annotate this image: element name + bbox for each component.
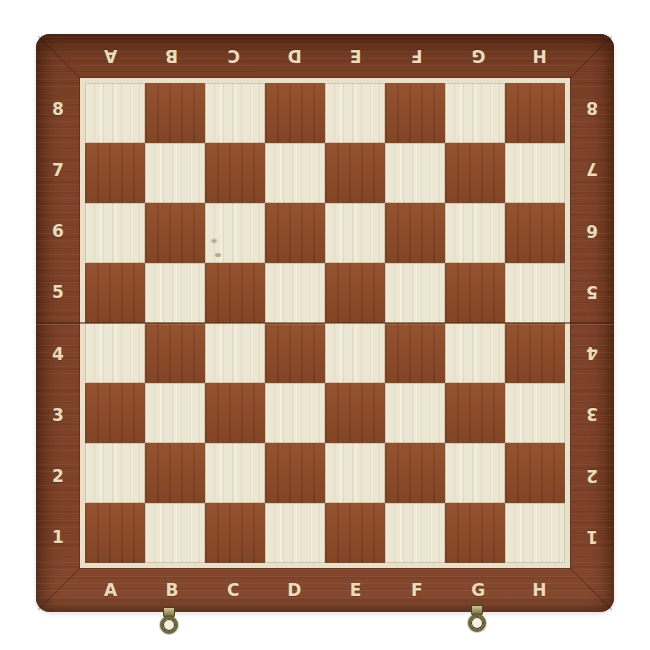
square-f1[interactable]: [385, 503, 445, 563]
coord-left-1: 1: [36, 507, 80, 568]
square-h5[interactable]: [505, 263, 565, 323]
square-d4[interactable]: [265, 323, 325, 383]
square-a5[interactable]: [85, 263, 145, 323]
coord-top-h: H: [509, 34, 570, 78]
square-g2[interactable]: [445, 443, 505, 503]
coord-left-3: 3: [36, 384, 80, 445]
coord-left-7: 7: [36, 139, 80, 200]
square-e4[interactable]: [325, 323, 385, 383]
square-d5[interactable]: [265, 263, 325, 323]
coords-top: ABCDEFGH: [80, 34, 570, 78]
square-h1[interactable]: [505, 503, 565, 563]
coord-bottom-e: E: [325, 568, 386, 612]
coords-bottom: ABCDEFGH: [80, 568, 570, 612]
photo-background: ABCDEFGH ABCDEFGH 87654321 87654321: [0, 0, 650, 650]
square-d6[interactable]: [265, 203, 325, 263]
chessboard: ABCDEFGH ABCDEFGH 87654321 87654321: [36, 34, 614, 612]
square-h6[interactable]: [505, 203, 565, 263]
frame-miter-top-right: [566, 36, 612, 82]
square-a2[interactable]: [85, 443, 145, 503]
square-b5[interactable]: [145, 263, 205, 323]
square-h3[interactable]: [505, 383, 565, 443]
square-d1[interactable]: [265, 503, 325, 563]
coord-bottom-c: C: [203, 568, 264, 612]
coord-left-6: 6: [36, 201, 80, 262]
square-g5[interactable]: [445, 263, 505, 323]
coord-right-7: 7: [570, 139, 614, 200]
coord-left-2: 2: [36, 446, 80, 507]
square-d8[interactable]: [265, 83, 325, 143]
square-e7[interactable]: [325, 143, 385, 203]
coord-bottom-h: H: [509, 568, 570, 612]
frame-miter-bottom-left: [38, 564, 84, 610]
square-g4[interactable]: [445, 323, 505, 383]
square-b1[interactable]: [145, 503, 205, 563]
square-f8[interactable]: [385, 83, 445, 143]
square-a1[interactable]: [85, 503, 145, 563]
coord-right-2: 2: [570, 446, 614, 507]
coord-top-b: B: [141, 34, 202, 78]
square-f2[interactable]: [385, 443, 445, 503]
square-e2[interactable]: [325, 443, 385, 503]
coord-left-4: 4: [36, 323, 80, 384]
hinge-clasp-right: [468, 605, 486, 635]
coord-right-8: 8: [570, 78, 614, 139]
square-c8[interactable]: [205, 83, 265, 143]
square-f3[interactable]: [385, 383, 445, 443]
square-b7[interactable]: [145, 143, 205, 203]
coord-top-a: A: [80, 34, 141, 78]
coord-right-1: 1: [570, 507, 614, 568]
square-b4[interactable]: [145, 323, 205, 383]
square-c4[interactable]: [205, 323, 265, 383]
square-a3[interactable]: [85, 383, 145, 443]
coord-top-f: F: [386, 34, 447, 78]
square-e8[interactable]: [325, 83, 385, 143]
square-g3[interactable]: [445, 383, 505, 443]
square-e6[interactable]: [325, 203, 385, 263]
frame-miter-bottom-right: [566, 564, 612, 610]
coord-top-e: E: [325, 34, 386, 78]
square-h4[interactable]: [505, 323, 565, 383]
coord-right-6: 6: [570, 201, 614, 262]
square-g6[interactable]: [445, 203, 505, 263]
coord-bottom-a: A: [80, 568, 141, 612]
square-e1[interactable]: [325, 503, 385, 563]
square-h7[interactable]: [505, 143, 565, 203]
square-c5[interactable]: [205, 263, 265, 323]
square-b8[interactable]: [145, 83, 205, 143]
coord-bottom-d: D: [264, 568, 325, 612]
square-a4[interactable]: [85, 323, 145, 383]
coord-bottom-f: F: [386, 568, 447, 612]
square-g7[interactable]: [445, 143, 505, 203]
coord-right-4: 4: [570, 323, 614, 384]
square-b6[interactable]: [145, 203, 205, 263]
square-f4[interactable]: [385, 323, 445, 383]
square-c1[interactable]: [205, 503, 265, 563]
square-c3[interactable]: [205, 383, 265, 443]
coord-top-c: C: [203, 34, 264, 78]
square-e5[interactable]: [325, 263, 385, 323]
square-a8[interactable]: [85, 83, 145, 143]
square-a7[interactable]: [85, 143, 145, 203]
square-h2[interactable]: [505, 443, 565, 503]
coord-top-g: G: [448, 34, 509, 78]
square-b2[interactable]: [145, 443, 205, 503]
square-f7[interactable]: [385, 143, 445, 203]
square-c2[interactable]: [205, 443, 265, 503]
square-g1[interactable]: [445, 503, 505, 563]
hinge-ring: [160, 616, 178, 634]
square-h8[interactable]: [505, 83, 565, 143]
square-a6[interactable]: [85, 203, 145, 263]
coord-left-8: 8: [36, 78, 80, 139]
square-d3[interactable]: [265, 383, 325, 443]
coord-left-5: 5: [36, 262, 80, 323]
square-c7[interactable]: [205, 143, 265, 203]
square-f5[interactable]: [385, 263, 445, 323]
square-e3[interactable]: [325, 383, 385, 443]
coord-top-d: D: [264, 34, 325, 78]
coord-right-5: 5: [570, 262, 614, 323]
square-d7[interactable]: [265, 143, 325, 203]
hinge-clasp-left: [160, 607, 178, 637]
coord-bottom-b: B: [141, 568, 202, 612]
square-f6[interactable]: [385, 203, 445, 263]
hinge-ring: [468, 614, 486, 632]
coord-right-3: 3: [570, 384, 614, 445]
square-c6[interactable]: [205, 203, 265, 263]
square-g8[interactable]: [445, 83, 505, 143]
fold-seam: [36, 322, 614, 324]
square-d2[interactable]: [265, 443, 325, 503]
frame-miter-top-left: [38, 36, 84, 82]
square-b3[interactable]: [145, 383, 205, 443]
